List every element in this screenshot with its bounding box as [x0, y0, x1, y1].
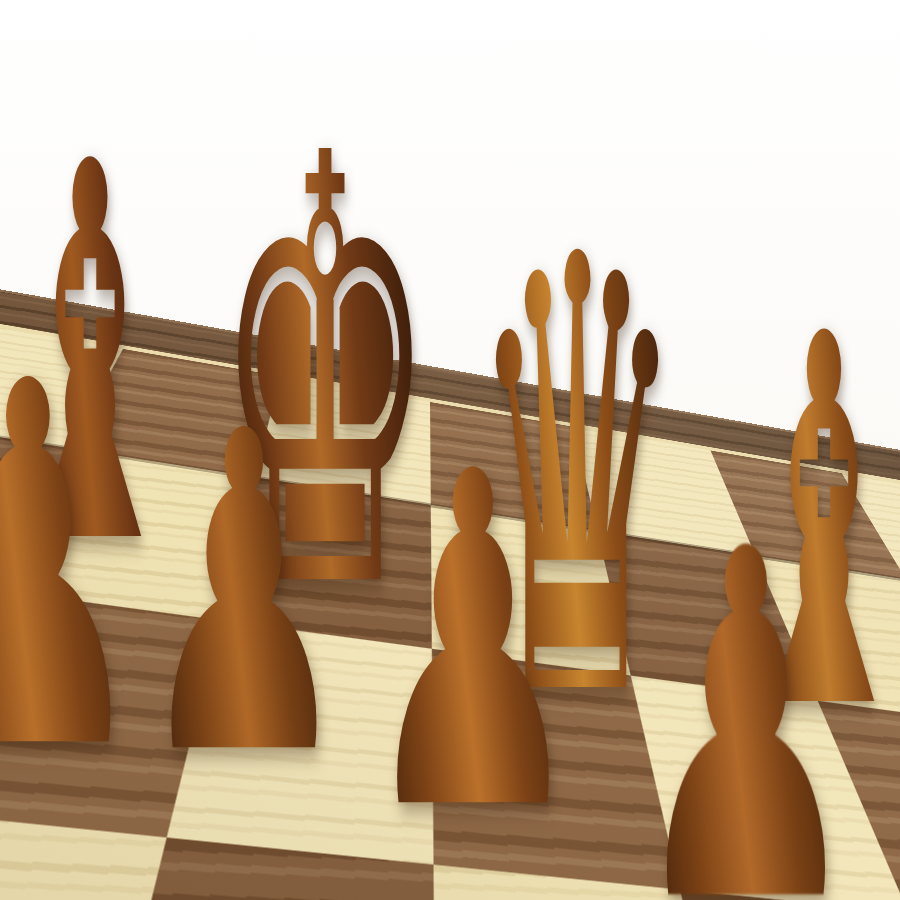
product-photo: ♝ ♚ ♛ ♝ ♟ ♟ ♟ ♟ — [0, 0, 900, 900]
pawn-far-left-piece[interactable]: ♟ — [0, 318, 151, 818]
pawn-left-piece[interactable]: ♟ — [136, 375, 353, 815]
pawn-center-piece[interactable]: ♟ — [360, 413, 587, 873]
pawn-right-piece[interactable]: ♟ — [628, 488, 865, 900]
